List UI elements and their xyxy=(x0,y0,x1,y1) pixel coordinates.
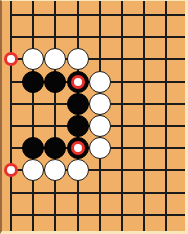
stone-black xyxy=(44,71,66,93)
stone-black xyxy=(22,137,44,159)
circle-marker-on-stone xyxy=(71,141,85,155)
stone-black xyxy=(67,93,89,115)
stone-black xyxy=(67,137,89,159)
stone-white xyxy=(89,71,111,93)
circle-marker-empty-point xyxy=(4,52,18,66)
stone-white xyxy=(22,48,44,70)
circle-marker-on-stone xyxy=(71,75,85,89)
stone-white xyxy=(89,137,111,159)
grid-line-horizontal xyxy=(10,36,185,38)
grid-line-horizontal xyxy=(10,14,185,16)
stone-black xyxy=(67,115,89,137)
grid-line-horizontal xyxy=(10,214,185,216)
go-board xyxy=(0,0,188,234)
stone-black xyxy=(44,137,66,159)
stone-white xyxy=(67,159,89,181)
stone-white xyxy=(44,48,66,70)
circle-marker-empty-point xyxy=(4,163,18,177)
stone-black xyxy=(67,71,89,93)
grid-line-horizontal xyxy=(10,192,185,194)
stone-white xyxy=(89,93,111,115)
stone-white xyxy=(44,159,66,181)
stone-white xyxy=(67,48,89,70)
stone-white xyxy=(22,159,44,181)
stone-white xyxy=(89,115,111,137)
stone-black xyxy=(22,71,44,93)
